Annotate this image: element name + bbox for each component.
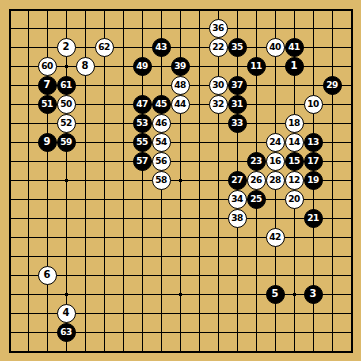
- go-stone-white-52: 52: [57, 114, 76, 133]
- go-stone-white-42: 42: [266, 228, 285, 247]
- go-stone-white-40: 40: [266, 38, 285, 57]
- go-stone-white-26: 26: [247, 171, 266, 190]
- go-stone-black-11: 11: [247, 57, 266, 76]
- go-stone-black-9: 9: [38, 133, 57, 152]
- go-stone-white-12: 12: [285, 171, 304, 190]
- go-stone-white-62: 62: [95, 38, 114, 57]
- go-stone-white-32: 32: [209, 95, 228, 114]
- go-stone-black-39: 39: [171, 57, 190, 76]
- go-stone-white-30: 30: [209, 76, 228, 95]
- go-stone-white-34: 34: [228, 190, 247, 209]
- go-stone-white-58: 58: [152, 171, 171, 190]
- go-stone-black-49: 49: [133, 57, 152, 76]
- go-stone-black-55: 55: [133, 133, 152, 152]
- go-stone-white-18: 18: [285, 114, 304, 133]
- go-stone-white-60: 60: [38, 57, 57, 76]
- go-stone-white-44: 44: [171, 95, 190, 114]
- go-stone-black-51: 51: [38, 95, 57, 114]
- go-stone-white-28: 28: [266, 171, 285, 190]
- go-stone-black-41: 41: [285, 38, 304, 57]
- go-stone-black-17: 17: [304, 152, 323, 171]
- go-stone-black-33: 33: [228, 114, 247, 133]
- go-stone-black-23: 23: [247, 152, 266, 171]
- go-stone-white-8: 8: [76, 57, 95, 76]
- go-stone-white-48: 48: [171, 76, 190, 95]
- go-stone-black-59: 59: [57, 133, 76, 152]
- go-stone-black-57: 57: [133, 152, 152, 171]
- go-stone-black-19: 19: [304, 171, 323, 190]
- go-stone-black-29: 29: [323, 76, 342, 95]
- go-stone-black-27: 27: [228, 171, 247, 190]
- go-stone-black-61: 61: [57, 76, 76, 95]
- go-stone-white-22: 22: [209, 38, 228, 57]
- go-stone-black-15: 15: [285, 152, 304, 171]
- go-stone-white-2: 2: [57, 38, 76, 57]
- go-stone-white-20: 20: [285, 190, 304, 209]
- go-stone-white-14: 14: [285, 133, 304, 152]
- go-stone-black-31: 31: [228, 95, 247, 114]
- go-stone-black-63: 63: [57, 323, 76, 342]
- go-stone-black-21: 21: [304, 209, 323, 228]
- go-stone-black-1: 1: [285, 57, 304, 76]
- go-stone-white-4: 4: [57, 304, 76, 323]
- go-stone-white-54: 54: [152, 133, 171, 152]
- go-stone-black-37: 37: [228, 76, 247, 95]
- go-stone-black-7: 7: [38, 76, 57, 95]
- go-stone-white-46: 46: [152, 114, 171, 133]
- go-stone-black-35: 35: [228, 38, 247, 57]
- go-stone-white-16: 16: [266, 152, 285, 171]
- go-stone-white-50: 50: [57, 95, 76, 114]
- go-stone-black-3: 3: [304, 285, 323, 304]
- go-stone-white-56: 56: [152, 152, 171, 171]
- go-stone-white-6: 6: [38, 266, 57, 285]
- go-stone-black-25: 25: [247, 190, 266, 209]
- go-stone-white-24: 24: [266, 133, 285, 152]
- go-stone-white-36: 36: [209, 19, 228, 38]
- go-stone-black-47: 47: [133, 95, 152, 114]
- go-stone-white-10: 10: [304, 95, 323, 114]
- go-stone-black-45: 45: [152, 95, 171, 114]
- go-board[interactable]: 1234567891011121314151617181920212223242…: [0, 0, 361, 361]
- go-stone-black-5: 5: [266, 285, 285, 304]
- go-stone-white-38: 38: [228, 209, 247, 228]
- stones-layer: 1234567891011121314151617181920212223242…: [0, 0, 361, 361]
- go-stone-black-13: 13: [304, 133, 323, 152]
- go-stone-black-43: 43: [152, 38, 171, 57]
- go-stone-black-53: 53: [133, 114, 152, 133]
